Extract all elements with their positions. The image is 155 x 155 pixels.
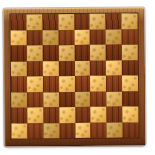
square-g4[interactable] <box>106 76 122 92</box>
square-f6[interactable] <box>90 45 106 61</box>
square-b8[interactable] <box>26 14 42 30</box>
square-e8[interactable] <box>74 14 90 30</box>
square-e4[interactable] <box>74 76 90 92</box>
photo-background <box>0 0 155 155</box>
square-d6[interactable] <box>58 45 74 61</box>
square-c8[interactable] <box>42 14 58 30</box>
square-a7[interactable] <box>11 30 27 46</box>
square-f7[interactable] <box>90 29 106 45</box>
square-g2[interactable] <box>107 107 123 123</box>
board-frame <box>3 7 145 146</box>
square-d1[interactable] <box>59 122 75 138</box>
square-b2[interactable] <box>27 107 43 123</box>
square-c3[interactable] <box>43 92 59 108</box>
square-b7[interactable] <box>26 30 42 46</box>
square-h8[interactable] <box>122 13 138 29</box>
square-c7[interactable] <box>42 30 58 46</box>
square-e7[interactable] <box>74 29 90 45</box>
square-g3[interactable] <box>106 91 122 107</box>
square-g8[interactable] <box>106 14 122 30</box>
square-b4[interactable] <box>27 76 43 92</box>
square-h6[interactable] <box>122 44 138 60</box>
square-c4[interactable] <box>43 76 59 92</box>
square-d7[interactable] <box>58 30 74 46</box>
square-c6[interactable] <box>42 45 58 61</box>
square-e6[interactable] <box>74 45 90 61</box>
square-f2[interactable] <box>91 107 107 123</box>
square-d2[interactable] <box>59 107 75 123</box>
square-h4[interactable] <box>122 75 138 91</box>
square-h3[interactable] <box>122 91 138 107</box>
square-a3[interactable] <box>11 92 27 108</box>
square-a8[interactable] <box>10 14 26 30</box>
square-c1[interactable] <box>43 123 59 139</box>
square-e2[interactable] <box>75 107 91 123</box>
square-b5[interactable] <box>27 61 43 77</box>
square-e1[interactable] <box>75 122 91 138</box>
square-g7[interactable] <box>106 29 122 45</box>
square-c5[interactable] <box>43 61 59 77</box>
square-d4[interactable] <box>59 76 75 92</box>
square-g5[interactable] <box>106 60 122 76</box>
square-f8[interactable] <box>90 14 106 30</box>
square-b1[interactable] <box>27 123 43 139</box>
square-a2[interactable] <box>11 107 27 123</box>
square-b6[interactable] <box>27 45 43 61</box>
square-a6[interactable] <box>11 45 27 61</box>
square-e3[interactable] <box>75 91 91 107</box>
square-a1[interactable] <box>11 123 27 139</box>
square-f3[interactable] <box>91 91 107 107</box>
square-g6[interactable] <box>106 45 122 61</box>
square-f1[interactable] <box>91 122 107 138</box>
square-h7[interactable] <box>122 29 138 45</box>
square-a5[interactable] <box>11 61 27 77</box>
square-h5[interactable] <box>122 60 138 76</box>
square-a4[interactable] <box>11 76 27 92</box>
square-f5[interactable] <box>90 60 106 76</box>
square-f4[interactable] <box>90 76 106 92</box>
square-g1[interactable] <box>107 122 123 138</box>
square-e5[interactable] <box>74 60 90 76</box>
square-d3[interactable] <box>59 91 75 107</box>
square-b3[interactable] <box>27 92 43 108</box>
square-d5[interactable] <box>58 61 74 77</box>
square-c2[interactable] <box>43 107 59 123</box>
square-d8[interactable] <box>58 14 74 30</box>
square-h2[interactable] <box>122 106 138 122</box>
chess-board <box>9 12 139 139</box>
square-h1[interactable] <box>123 122 139 138</box>
